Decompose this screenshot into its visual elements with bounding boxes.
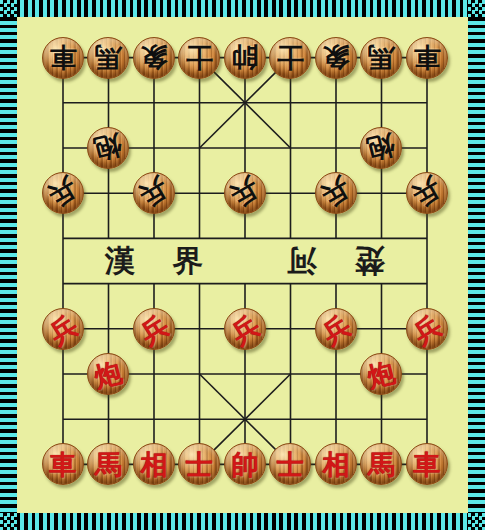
piece-red-elephant[interactable]: 相 [133,443,175,485]
piece-glyph: 馬 [361,38,401,78]
piece-glyph: 兵 [35,166,90,221]
piece-red-horse[interactable]: 馬 [360,443,402,485]
piece-glyph: 馬 [88,444,128,484]
piece-black-advisor[interactable]: 士 [269,37,311,79]
piece-glyph: 兵 [217,166,272,221]
piece-black-horse[interactable]: 馬 [360,37,402,79]
piece-red-cannon[interactable]: 炮 [360,353,402,395]
border-stripe-bottom [17,513,468,530]
piece-black-soldier[interactable]: 兵 [42,172,84,214]
piece-glyph: 炮 [357,350,405,398]
piece-red-elephant[interactable]: 相 [315,443,357,485]
piece-glyph: 兵 [399,166,454,221]
border-corner-top-left [0,0,17,17]
piece-glyph: 兵 [126,301,181,356]
piece-glyph: 炮 [84,124,132,172]
piece-glyph: 象 [316,38,356,78]
piece-red-cannon[interactable]: 炮 [87,353,129,395]
piece-glyph: 兵 [308,166,363,221]
border-corner-bottom-right [468,513,485,530]
border-stripe-left [0,17,17,513]
piece-glyph: 車 [43,38,83,78]
piece-glyph: 炮 [84,350,132,398]
piece-black-soldier[interactable]: 兵 [224,172,266,214]
piece-glyph: 帥 [225,38,265,78]
piece-glyph: 兵 [399,301,454,356]
board-grid[interactable]: 車馬象士帥士象馬車炮炮兵兵兵兵兵兵兵兵兵兵炮炮車馬相士帥士相馬車 [40,35,450,487]
piece-black-cannon[interactable]: 炮 [87,127,129,169]
piece-glyph: 相 [134,444,174,484]
piece-glyph: 車 [407,38,447,78]
piece-glyph: 炮 [357,124,405,172]
piece-black-general[interactable]: 帥 [224,37,266,79]
border-stripe-top [17,0,468,17]
border-stripe-right [468,17,485,513]
piece-red-soldier[interactable]: 兵 [133,308,175,350]
piece-glyph: 兵 [35,301,90,356]
piece-red-soldier[interactable]: 兵 [406,308,448,350]
piece-black-soldier[interactable]: 兵 [133,172,175,214]
piece-black-elephant[interactable]: 象 [315,37,357,79]
piece-red-general[interactable]: 帥 [224,443,266,485]
piece-red-horse[interactable]: 馬 [87,443,129,485]
piece-glyph: 兵 [217,301,272,356]
piece-glyph: 車 [407,444,447,484]
piece-red-advisor[interactable]: 士 [178,443,220,485]
piece-black-cannon[interactable]: 炮 [360,127,402,169]
piece-glyph: 相 [316,444,356,484]
piece-red-soldier[interactable]: 兵 [224,308,266,350]
piece-glyph: 馬 [361,444,401,484]
piece-black-advisor[interactable]: 士 [178,37,220,79]
piece-red-advisor[interactable]: 士 [269,443,311,485]
piece-glyph: 士 [270,38,310,78]
piece-red-soldier[interactable]: 兵 [42,308,84,350]
piece-glyph: 帥 [225,444,265,484]
piece-glyph: 士 [179,38,219,78]
border-corner-bottom-left [0,513,17,530]
border-corner-top-right [468,0,485,17]
piece-glyph: 兵 [308,301,363,356]
piece-black-chariot[interactable]: 車 [406,37,448,79]
piece-red-chariot[interactable]: 車 [42,443,84,485]
piece-glyph: 士 [270,444,310,484]
piece-red-soldier[interactable]: 兵 [315,308,357,350]
piece-red-chariot[interactable]: 車 [406,443,448,485]
piece-glyph: 馬 [88,38,128,78]
piece-black-elephant[interactable]: 象 [133,37,175,79]
xiangqi-board-frame: 漢界 楚河 車馬象士帥士象馬車炮炮兵兵兵兵兵兵兵兵兵兵炮炮車馬相士帥士相馬車 [0,0,485,530]
piece-black-soldier[interactable]: 兵 [315,172,357,214]
piece-black-chariot[interactable]: 車 [42,37,84,79]
piece-black-horse[interactable]: 馬 [87,37,129,79]
piece-glyph: 象 [134,38,174,78]
piece-black-soldier[interactable]: 兵 [406,172,448,214]
piece-glyph: 士 [179,444,219,484]
piece-glyph: 車 [43,444,83,484]
piece-glyph: 兵 [126,166,181,221]
